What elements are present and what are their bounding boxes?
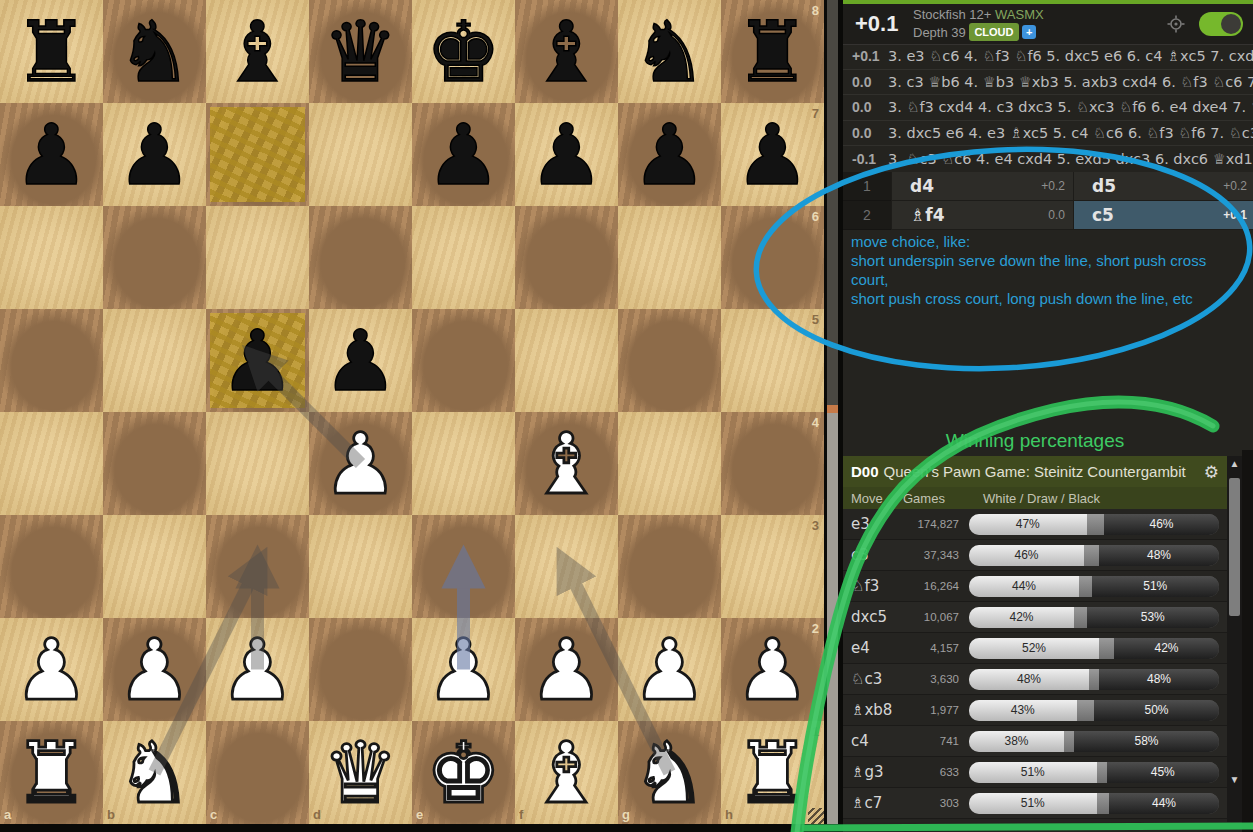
move-black-2[interactable]: c5+0.1 (1073, 201, 1253, 230)
square-c5[interactable]: ♟ (206, 309, 309, 412)
result-bar: 38%58% (969, 731, 1219, 752)
line-moves: 3. ♘c3 ♘c6 4. e4 cxd4 5. exd5 dxc3 6. dx… (888, 151, 1253, 167)
explorer-row-dxc5[interactable]: dxc510,06742%53% (843, 602, 1227, 633)
engine-line-2[interactable]: 0.03. c3 ♕b6 4. ♕b3 ♕xb3 5. axb3 cxd4 6.… (843, 69, 1253, 95)
square-f3[interactable] (515, 515, 618, 618)
move-black-1[interactable]: d5+0.2 (1073, 172, 1253, 201)
explorer-row-c4[interactable]: c474138%58% (843, 726, 1227, 757)
result-bar: 52%42% (969, 638, 1219, 659)
white-pawn-d4[interactable]: ♟ (323, 422, 398, 506)
white-king-e1[interactable]: ♚ (426, 731, 501, 815)
move-eval: 0.0 (1048, 208, 1065, 222)
line-moves: 3. ♘f3 cxd4 4. c3 dxc3 5. ♘xc3 ♘f6 6. e4… (888, 99, 1253, 115)
result-bar: 43%50% (969, 700, 1219, 721)
explorer-row-♗c7[interactable]: ♗c730351%44% (843, 788, 1227, 819)
draw-segment (1089, 669, 1099, 690)
square-g7[interactable]: ♟ (618, 103, 721, 206)
move-white-1[interactable]: d4+0.2 (891, 172, 1073, 201)
file-label-f: f (519, 807, 523, 822)
engine-depth: Depth 39 (913, 25, 966, 40)
explorer-games: 4,157 (907, 642, 959, 654)
explorer-move: e3 (851, 515, 907, 533)
engine-line-3[interactable]: 0.03. ♘f3 cxd4 4. c3 dxc3 5. ♘xc3 ♘f6 6.… (843, 94, 1253, 120)
square-f4[interactable]: ♝ (515, 412, 618, 515)
draw-segment (1074, 607, 1087, 628)
white-win-segment: 44% (969, 576, 1079, 597)
file-label-g: g (622, 807, 630, 822)
square-a7[interactable]: ♟ (0, 103, 103, 206)
eval-gauge (827, 0, 838, 824)
move-san: d4 (910, 176, 934, 196)
square-d7[interactable] (309, 103, 412, 206)
white-pawn-e2[interactable]: ♟ (426, 628, 501, 712)
square-b1[interactable]: ♞b (103, 721, 206, 824)
black-bishop-c8[interactable]: ♝ (220, 10, 295, 94)
square-f8[interactable]: ♝ (515, 0, 618, 103)
black-win-segment: 51% (1092, 576, 1220, 597)
black-knight-g8[interactable]: ♞ (632, 10, 707, 94)
black-win-segment: 45% (1107, 762, 1220, 783)
square-d5[interactable]: ♟ (309, 309, 412, 412)
white-rook-h1[interactable]: ♜ (735, 731, 810, 815)
result-bar: 51%45% (969, 762, 1219, 783)
explorer-row-♗g3[interactable]: ♗g363351%45% (843, 757, 1227, 788)
square-b8[interactable]: ♞ (103, 0, 206, 103)
black-win-segment: 44% (1109, 793, 1219, 814)
white-win-segment: 46% (969, 545, 1084, 566)
opening-name: Queen's Pawn Game: Steinitz Countergambi… (884, 463, 1186, 480)
draw-segment (1077, 700, 1095, 721)
study-comment: move choice, like: short underspin serve… (851, 232, 1247, 308)
explorer-row-b3[interactable]: b314150%44% (843, 819, 1227, 822)
rank-label-6: 6 (812, 209, 819, 224)
black-win-segment: 53% (1087, 607, 1220, 628)
square-b4[interactable] (103, 412, 206, 515)
result-bar: 42%53% (969, 607, 1219, 628)
file-label-a: a (4, 807, 11, 822)
black-pawn-b7[interactable]: ♟ (117, 113, 192, 197)
white-pawn-h2[interactable]: ♟ (735, 628, 810, 712)
move-row-1: 1d4+0.2d5+0.2 (843, 172, 1253, 201)
line-eval: 0.0 (843, 74, 888, 90)
black-win-segment: 42% (1114, 638, 1219, 659)
black-pawn-c5[interactable]: ♟ (220, 319, 295, 403)
explorer-scrollbar[interactable]: ▲ ▼ (1227, 456, 1242, 822)
explorer-row-e3[interactable]: e3174,82747%46% (843, 509, 1227, 540)
square-b3[interactable] (103, 515, 206, 618)
white-queen-d1[interactable]: ♛ (323, 731, 398, 815)
black-win-segment: 48% (1099, 669, 1219, 690)
black-rook-h8[interactable]: ♜ (735, 10, 810, 94)
black-win-segment: 58% (1074, 731, 1219, 752)
square-e2[interactable]: ♟ (412, 618, 515, 721)
square-g5[interactable] (618, 309, 721, 412)
white-win-segment: 48% (969, 669, 1089, 690)
white-rook-a1[interactable]: ♜ (14, 731, 89, 815)
explorer-row-c3[interactable]: c337,34346%48% (843, 540, 1227, 571)
eval-gauge-black-share (827, 0, 838, 409)
black-queen-d8[interactable]: ♛ (323, 10, 398, 94)
square-b6[interactable] (103, 206, 206, 309)
result-bar: 44%51% (969, 576, 1219, 597)
opening-explorer: D00 Queen's Pawn Game: Steinitz Counterg… (843, 456, 1227, 822)
rank-label-1: 1 (812, 724, 819, 739)
line-moves: 3. e3 ♘c6 4. ♘f3 ♘f6 5. dxc5 e6 6. c4 ♗x… (888, 48, 1253, 64)
black-pawn-d5[interactable]: ♟ (323, 319, 398, 403)
engine-line-5[interactable]: -0.13. ♘c3 ♘c6 4. e4 cxd4 5. exd5 dxc3 6… (843, 145, 1253, 171)
explorer-settings-icon[interactable]: ⚙ (1204, 462, 1219, 482)
black-knight-b8[interactable]: ♞ (117, 10, 192, 94)
square-e7[interactable]: ♟ (412, 103, 515, 206)
line-moves: 3. dxc5 e6 4. e3 ♗xc5 5. c4 ♘c6 6. ♘f3 ♘… (888, 125, 1253, 141)
col-games: Games (903, 491, 969, 506)
rank-label-2: 2 (812, 621, 819, 636)
move-san: ♗f4 (910, 205, 944, 225)
move-eval: +0.1 (1223, 208, 1247, 222)
black-win-segment: 50% (1094, 700, 1219, 721)
white-win-segment: 42% (969, 607, 1074, 628)
square-b7[interactable]: ♟ (103, 103, 206, 206)
square-h2[interactable]: ♟2 (721, 618, 824, 721)
square-c3[interactable] (206, 515, 309, 618)
square-g1[interactable]: ♞g (618, 721, 721, 824)
line-eval: 0.0 (843, 99, 888, 115)
explorer-row-♘f3[interactable]: ♘f316,26444%51% (843, 571, 1227, 602)
draw-segment (1079, 576, 1092, 597)
line-moves: 3. c3 ♕b6 4. ♕b3 ♕xb3 5. axb3 cxd4 6. ♘f… (888, 74, 1253, 90)
engine-eval: +0.1 (855, 11, 913, 37)
explorer-games: 10,067 (907, 611, 959, 623)
square-g2[interactable]: ♟ (618, 618, 721, 721)
square-b5[interactable] (103, 309, 206, 412)
black-pawn-g7[interactable]: ♟ (632, 113, 707, 197)
engine-name: Stockfish 12+ (913, 7, 991, 22)
square-g8[interactable]: ♞ (618, 0, 721, 103)
draw-segment (1087, 514, 1105, 535)
analysis-panel: +0.1 Stockfish 12+ WASMX Depth 39 CLOUD … (843, 0, 1253, 832)
white-win-segment: 51% (969, 793, 1097, 814)
white-win-segment: 38% (969, 731, 1064, 752)
winning-percentages-label: Winning percentages (843, 430, 1227, 452)
file-label-h: h (725, 807, 733, 822)
white-pawn-g2[interactable]: ♟ (632, 628, 707, 712)
result-bar: 48%48% (969, 669, 1219, 690)
engine-info: Stockfish 12+ WASMX Depth 39 CLOUD + (913, 7, 1044, 41)
square-f5[interactable] (515, 309, 618, 412)
square-h6[interactable]: 6 (721, 206, 824, 309)
square-e1[interactable]: ♚e (412, 721, 515, 824)
panel-right-margin (1242, 450, 1253, 832)
move-row-2: 2♗f40.0c5+0.1 (843, 201, 1253, 230)
white-win-segment: 51% (969, 762, 1097, 783)
draw-segment (1064, 731, 1074, 752)
square-a4[interactable] (0, 412, 103, 515)
file-label-e: e (416, 807, 423, 822)
explorer-games: 174,827 (907, 518, 959, 530)
square-h4[interactable]: 4 (721, 412, 824, 515)
explorer-games: 3,630 (907, 673, 959, 685)
move-san: c5 (1092, 205, 1114, 225)
move-eval: +0.2 (1223, 179, 1247, 193)
square-f1[interactable]: ♝f (515, 721, 618, 824)
explorer-move: ♘c3 (851, 670, 907, 688)
explorer-games: 37,343 (907, 549, 959, 561)
result-bar: 47%46% (969, 514, 1219, 535)
explorer-move: c3 (851, 546, 907, 564)
square-c4[interactable] (206, 412, 309, 515)
explorer-games: 1,977 (907, 704, 959, 716)
square-a6[interactable] (0, 206, 103, 309)
engine-line-1[interactable]: +0.13. e3 ♘c6 4. ♘f3 ♘f6 5. dxc5 e6 6. c… (843, 44, 1253, 69)
explorer-move: c4 (851, 732, 907, 750)
rank-label-3: 3 (812, 518, 819, 533)
black-pawn-e7[interactable]: ♟ (426, 113, 501, 197)
move-eval: +0.2 (1041, 179, 1065, 193)
square-d6[interactable] (309, 206, 412, 309)
square-d3[interactable] (309, 515, 412, 618)
explorer-games: 741 (907, 735, 959, 747)
draw-segment (1097, 762, 1107, 783)
engine-variant: WASMX (995, 7, 1044, 22)
line-eval: 0.0 (843, 125, 888, 141)
opening-name-row[interactable]: D00 Queen's Pawn Game: Steinitz Counterg… (843, 456, 1227, 487)
square-f6[interactable] (515, 206, 618, 309)
scrollbar-thumb[interactable] (1229, 478, 1240, 616)
draw-segment (1097, 793, 1110, 814)
move-number: 2 (843, 201, 891, 230)
black-win-segment: 46% (1104, 514, 1219, 535)
cloud-badge: CLOUD (969, 23, 1018, 41)
square-d4[interactable]: ♟ (309, 412, 412, 515)
white-win-segment: 52% (969, 638, 1099, 659)
white-pawn-c2[interactable]: ♟ (220, 628, 295, 712)
square-c2[interactable]: ♟ (206, 618, 309, 721)
file-label-c: c (210, 807, 217, 822)
explorer-row-♗xb8[interactable]: ♗xb81,97743%50% (843, 695, 1227, 726)
engine-line-4[interactable]: 0.03. dxc5 e6 4. e3 ♗xc5 5. c4 ♘c6 6. ♘f… (843, 120, 1253, 146)
black-pawn-f7[interactable]: ♟ (529, 113, 604, 197)
explorer-move: e4 (851, 639, 907, 657)
eco-code: D00 (851, 463, 879, 480)
engine-header: +0.1 Stockfish 12+ WASMX Depth 39 CLOUD … (843, 4, 1253, 45)
white-bishop-f1[interactable]: ♝ (529, 731, 604, 815)
square-g3[interactable] (618, 515, 721, 618)
white-pawn-b2[interactable]: ♟ (117, 628, 192, 712)
scroll-up-icon[interactable]: ▲ (1227, 458, 1242, 474)
line-eval: -0.1 (843, 151, 888, 167)
square-a3[interactable] (0, 515, 103, 618)
square-a2[interactable]: ♟ (0, 618, 103, 721)
engine-lines: +0.13. e3 ♘c6 4. ♘f3 ♘f6 5. dxc5 e6 6. c… (843, 44, 1253, 171)
rank-label-4: 4 (812, 415, 819, 430)
white-pawn-a2[interactable]: ♟ (14, 628, 89, 712)
explorer-move: ♘f3 (851, 577, 907, 595)
black-bishop-f8[interactable]: ♝ (529, 10, 604, 94)
explorer-row-♘c3[interactable]: ♘c33,63048%48% (843, 664, 1227, 695)
move-san: d5 (1092, 176, 1116, 196)
square-f2[interactable]: ♟ (515, 618, 618, 721)
col-result: White / Draw / Black (983, 491, 1100, 506)
explorer-move: dxc5 (851, 608, 907, 626)
square-e8[interactable]: ♚ (412, 0, 515, 103)
explorer-move: ♗xb8 (851, 701, 907, 719)
file-label-b: b (107, 807, 115, 822)
square-d2[interactable] (309, 618, 412, 721)
focus-icon[interactable] (1167, 15, 1185, 33)
move-number: 1 (843, 172, 891, 201)
square-h5[interactable]: 5 (721, 309, 824, 412)
file-label-d: d (313, 807, 321, 822)
explorer-move: ♗g3 (851, 763, 907, 781)
explorer-column-headers: Move Games White / Draw / Black (843, 487, 1227, 509)
square-b2[interactable]: ♟ (103, 618, 206, 721)
square-f7[interactable]: ♟ (515, 103, 618, 206)
toggle-knob (1221, 14, 1241, 34)
square-a5[interactable] (0, 309, 103, 412)
draw-segment (1099, 638, 1114, 659)
square-c8[interactable]: ♝ (206, 0, 309, 103)
square-h3[interactable]: 3 (721, 515, 824, 618)
black-rook-a8[interactable]: ♜ (14, 10, 89, 94)
chess-board[interactable]: ♜♞♝♛♚♝♞♜8♟♟♟♟♟♟76♟♟5♟♝43♟♟♟♟♟♟♟2♜a♞bc♛d♚… (0, 0, 824, 824)
square-a8[interactable]: ♜ (0, 0, 103, 103)
white-win-segment: 47% (969, 514, 1087, 535)
rank-label-8: 8 (812, 3, 819, 18)
square-c1[interactable]: c (206, 721, 309, 824)
black-win-segment: 48% (1099, 545, 1219, 566)
square-e4[interactable] (412, 412, 515, 515)
eval-gauge-tick (827, 405, 838, 413)
result-bar: 51%44% (969, 793, 1219, 814)
explorer-games: 633 (907, 766, 959, 778)
line-eval: +0.1 (843, 48, 888, 64)
square-g4[interactable] (618, 412, 721, 515)
square-h8[interactable]: ♜8 (721, 0, 824, 103)
col-move: Move (851, 491, 903, 506)
square-e5[interactable] (412, 309, 515, 412)
black-pawn-a7[interactable]: ♟ (14, 113, 89, 197)
move-white-2[interactable]: ♗f40.0 (891, 201, 1073, 230)
white-knight-b1[interactable]: ♞ (117, 731, 192, 815)
black-king-e8[interactable]: ♚ (426, 10, 501, 94)
square-h7[interactable]: ♟7 (721, 103, 824, 206)
square-e6[interactable] (412, 206, 515, 309)
rank-label-7: 7 (812, 106, 819, 121)
explorer-games: 16,264 (907, 580, 959, 592)
white-knight-g1[interactable]: ♞ (632, 731, 707, 815)
square-a1[interactable]: ♜a (0, 721, 103, 824)
draw-segment (1084, 545, 1099, 566)
square-c6[interactable] (206, 206, 309, 309)
move-list: 1d4+0.2d5+0.22♗f40.0c5+0.1 (843, 172, 1253, 230)
square-c7[interactable] (206, 103, 309, 206)
result-bar: 46%48% (969, 545, 1219, 566)
scroll-down-icon[interactable]: ▼ (1227, 774, 1242, 790)
explorer-row-e4[interactable]: e44,15752%42% (843, 633, 1227, 664)
white-bishop-f4[interactable]: ♝ (529, 422, 604, 506)
engine-toggle[interactable] (1199, 12, 1243, 36)
white-pawn-f2[interactable]: ♟ (529, 628, 604, 712)
board-resize-handle[interactable] (808, 808, 824, 824)
square-d1[interactable]: ♛d (309, 721, 412, 824)
add-lines-button[interactable]: + (1022, 25, 1036, 39)
square-d8[interactable]: ♛ (309, 0, 412, 103)
explorer-move: ♗c7 (851, 794, 907, 812)
explorer-rows: e3174,82747%46%c337,34346%48%♘f316,26444… (843, 509, 1227, 822)
explorer-games: 303 (907, 797, 959, 809)
black-pawn-h7[interactable]: ♟ (735, 113, 810, 197)
square-g6[interactable] (618, 206, 721, 309)
square-e3[interactable] (412, 515, 515, 618)
rank-label-5: 5 (812, 312, 819, 327)
white-win-segment: 43% (969, 700, 1077, 721)
